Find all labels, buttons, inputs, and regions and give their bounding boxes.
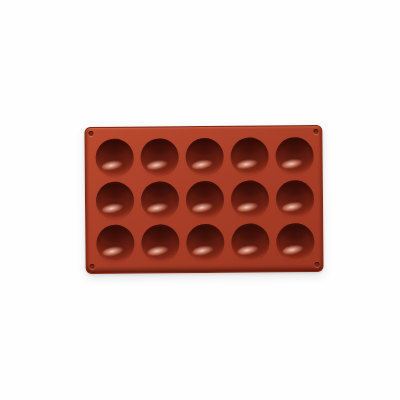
- cavity-r2c2: [140, 181, 178, 219]
- cavity-r1c4: [230, 137, 268, 175]
- cavity-r2c4: [230, 180, 268, 218]
- cavity-r3c3: [186, 224, 224, 262]
- silicone-mold: [84, 125, 323, 274]
- cavity-r1c5: [275, 137, 313, 175]
- cavity-r2c3: [185, 181, 223, 219]
- cavity-grid: [91, 134, 317, 266]
- cavity-r1c2: [140, 138, 178, 176]
- cavity-r1c3: [185, 137, 223, 175]
- cavity-r3c4: [231, 224, 269, 262]
- cavity-r1c1: [95, 138, 133, 176]
- cavity-r2c1: [95, 182, 133, 220]
- cavity-r3c5: [276, 223, 314, 261]
- cavity-r2c5: [275, 180, 313, 218]
- cavity-r3c2: [141, 225, 179, 263]
- cavity-r3c1: [96, 225, 134, 263]
- photo-canvas: [0, 0, 400, 400]
